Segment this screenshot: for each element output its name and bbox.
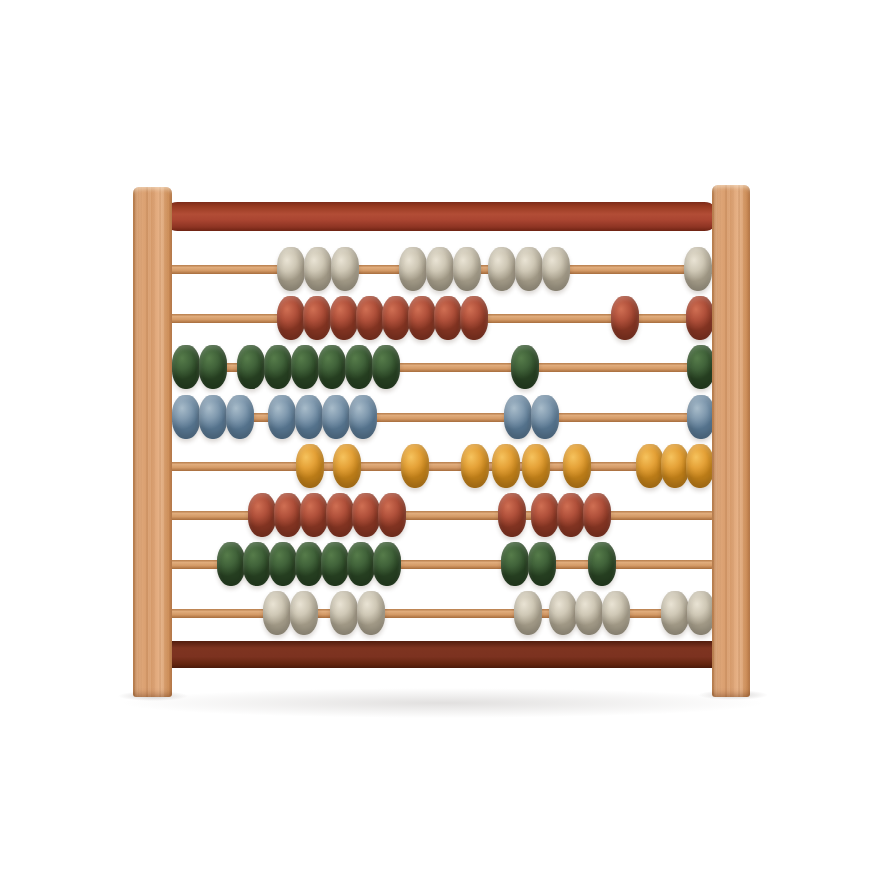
bead-row7-7-green[interactable] bbox=[373, 542, 401, 586]
bead-row6-5-red[interactable] bbox=[352, 493, 380, 537]
bead-row1-7-cream[interactable] bbox=[488, 247, 516, 291]
rod-8 bbox=[167, 609, 715, 618]
bead-row1-9-cream[interactable] bbox=[542, 247, 570, 291]
bead-row5-10-yellow[interactable] bbox=[686, 444, 714, 488]
bead-row8-5-cream[interactable] bbox=[514, 591, 542, 635]
bead-row1-10-cream[interactable] bbox=[684, 247, 712, 291]
bead-row2-8-red[interactable] bbox=[460, 296, 488, 340]
bead-row8-3-cream[interactable] bbox=[330, 591, 358, 635]
bead-row6-3-red[interactable] bbox=[300, 493, 328, 537]
bead-row5-2-yellow[interactable] bbox=[333, 444, 361, 488]
bead-row4-4-blue[interactable] bbox=[268, 395, 296, 439]
bead-row1-6-cream[interactable] bbox=[453, 247, 481, 291]
right-post bbox=[712, 185, 750, 697]
bead-row6-2-red[interactable] bbox=[274, 493, 302, 537]
bead-row7-3-green[interactable] bbox=[269, 542, 297, 586]
bead-row1-1-cream[interactable] bbox=[277, 247, 305, 291]
bead-row1-2-cream[interactable] bbox=[304, 247, 332, 291]
left-post bbox=[133, 187, 172, 697]
bead-row3-3-green[interactable] bbox=[237, 345, 265, 389]
bead-row4-6-blue[interactable] bbox=[322, 395, 350, 439]
bead-row7-10-green[interactable] bbox=[588, 542, 616, 586]
bead-row5-6-yellow[interactable] bbox=[522, 444, 550, 488]
bead-row6-8-red[interactable] bbox=[531, 493, 559, 537]
top-rail bbox=[163, 202, 719, 231]
bottom-rail bbox=[163, 641, 719, 668]
bead-row3-10-green[interactable] bbox=[687, 345, 715, 389]
bead-row8-6-cream[interactable] bbox=[549, 591, 577, 635]
bead-row1-3-cream[interactable] bbox=[331, 247, 359, 291]
bead-row7-6-green[interactable] bbox=[347, 542, 375, 586]
bead-row4-5-blue[interactable] bbox=[295, 395, 323, 439]
bead-row8-8-cream[interactable] bbox=[602, 591, 630, 635]
bead-row7-4-green[interactable] bbox=[295, 542, 323, 586]
bead-row6-1-red[interactable] bbox=[248, 493, 276, 537]
bead-row4-8-blue[interactable] bbox=[504, 395, 532, 439]
bead-row7-9-green[interactable] bbox=[528, 542, 556, 586]
bead-row7-8-green[interactable] bbox=[501, 542, 529, 586]
bead-row2-1-red[interactable] bbox=[277, 296, 305, 340]
bead-row4-3-blue[interactable] bbox=[226, 395, 254, 439]
bead-row3-4-green[interactable] bbox=[264, 345, 292, 389]
bead-row8-7-cream[interactable] bbox=[575, 591, 603, 635]
bead-row5-7-yellow[interactable] bbox=[563, 444, 591, 488]
bead-row2-3-red[interactable] bbox=[330, 296, 358, 340]
bead-row3-7-green[interactable] bbox=[345, 345, 373, 389]
bead-row3-9-green[interactable] bbox=[511, 345, 539, 389]
bead-row5-5-yellow[interactable] bbox=[492, 444, 520, 488]
bead-row1-4-cream[interactable] bbox=[399, 247, 427, 291]
bead-row2-5-red[interactable] bbox=[382, 296, 410, 340]
bead-row6-7-red[interactable] bbox=[498, 493, 526, 537]
bead-row7-1-green[interactable] bbox=[217, 542, 245, 586]
bead-row4-9-blue[interactable] bbox=[531, 395, 559, 439]
bead-row2-2-red[interactable] bbox=[303, 296, 331, 340]
bead-row1-5-cream[interactable] bbox=[426, 247, 454, 291]
bead-row2-6-red[interactable] bbox=[408, 296, 436, 340]
bead-row3-1-green[interactable] bbox=[172, 345, 200, 389]
bead-row5-3-yellow[interactable] bbox=[401, 444, 429, 488]
bead-row8-9-cream[interactable] bbox=[661, 591, 689, 635]
bead-row5-4-yellow[interactable] bbox=[461, 444, 489, 488]
bead-row4-10-blue[interactable] bbox=[687, 395, 715, 439]
floor-shadow bbox=[120, 688, 765, 718]
bead-row3-8-green[interactable] bbox=[372, 345, 400, 389]
bead-row8-10-cream[interactable] bbox=[687, 591, 715, 635]
bead-row7-5-green[interactable] bbox=[321, 542, 349, 586]
bead-row5-9-yellow[interactable] bbox=[661, 444, 689, 488]
bead-row8-1-cream[interactable] bbox=[263, 591, 291, 635]
bead-row6-9-red[interactable] bbox=[557, 493, 585, 537]
bead-row3-6-green[interactable] bbox=[318, 345, 346, 389]
bead-row2-7-red[interactable] bbox=[434, 296, 462, 340]
bead-row3-5-green[interactable] bbox=[291, 345, 319, 389]
bead-row2-10-red[interactable] bbox=[686, 296, 714, 340]
bead-row8-4-cream[interactable] bbox=[357, 591, 385, 635]
bead-row6-6-red[interactable] bbox=[378, 493, 406, 537]
bead-row7-2-green[interactable] bbox=[243, 542, 271, 586]
bead-row6-4-red[interactable] bbox=[326, 493, 354, 537]
bead-row6-10-red[interactable] bbox=[583, 493, 611, 537]
bead-row2-4-red[interactable] bbox=[356, 296, 384, 340]
bead-row5-8-yellow[interactable] bbox=[636, 444, 664, 488]
bead-row5-1-yellow[interactable] bbox=[296, 444, 324, 488]
bead-row3-2-green[interactable] bbox=[199, 345, 227, 389]
bead-row2-9-red[interactable] bbox=[611, 296, 639, 340]
bead-row1-8-cream[interactable] bbox=[515, 247, 543, 291]
bead-row4-2-blue[interactable] bbox=[199, 395, 227, 439]
bead-row4-7-blue[interactable] bbox=[349, 395, 377, 439]
photo-background bbox=[0, 0, 884, 884]
bead-row4-1-blue[interactable] bbox=[172, 395, 200, 439]
rod-5 bbox=[167, 462, 715, 471]
bead-row8-2-cream[interactable] bbox=[290, 591, 318, 635]
